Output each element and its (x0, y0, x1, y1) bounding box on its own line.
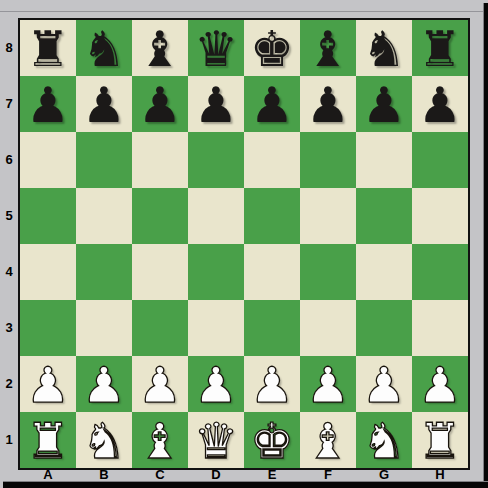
square-f7[interactable]: ♟ (300, 76, 356, 132)
square-a1[interactable]: ♜ (20, 412, 76, 468)
square-h1[interactable]: ♜ (412, 412, 468, 468)
file-label-b: B (76, 468, 132, 482)
square-g4[interactable] (356, 244, 412, 300)
file-label-d: D (188, 468, 244, 482)
square-g3[interactable] (356, 300, 412, 356)
rank-label-2: 2 (0, 356, 18, 412)
square-f3[interactable] (300, 300, 356, 356)
frame-shadow-right (483, 3, 488, 488)
piece-white-rook[interactable]: ♜ (20, 413, 76, 469)
square-a5[interactable] (20, 188, 76, 244)
square-f6[interactable] (300, 132, 356, 188)
square-f1[interactable]: ♝ (300, 412, 356, 468)
square-c5[interactable] (132, 188, 188, 244)
square-g2[interactable]: ♟ (356, 356, 412, 412)
square-e4[interactable] (244, 244, 300, 300)
rank-label-3: 3 (0, 300, 18, 356)
square-c1[interactable]: ♝ (132, 412, 188, 468)
square-h3[interactable] (412, 300, 468, 356)
square-f5[interactable] (300, 188, 356, 244)
square-d7[interactable]: ♟ (188, 76, 244, 132)
piece-black-knight[interactable]: ♞ (356, 21, 412, 77)
file-label-g: G (356, 468, 412, 482)
square-g7[interactable]: ♟ (356, 76, 412, 132)
piece-white-bishop[interactable]: ♝ (300, 413, 356, 469)
piece-white-rook[interactable]: ♜ (412, 413, 468, 469)
piece-white-pawn[interactable]: ♟ (76, 357, 132, 413)
square-b5[interactable] (76, 188, 132, 244)
piece-black-bishop[interactable]: ♝ (300, 21, 356, 77)
piece-white-pawn[interactable]: ♟ (300, 357, 356, 413)
rank-label-6: 6 (0, 132, 18, 188)
square-h5[interactable] (412, 188, 468, 244)
piece-black-pawn[interactable]: ♟ (188, 77, 244, 133)
square-e7[interactable]: ♟ (244, 76, 300, 132)
square-f2[interactable]: ♟ (300, 356, 356, 412)
square-c3[interactable] (132, 300, 188, 356)
piece-black-pawn[interactable]: ♟ (132, 77, 188, 133)
square-g1[interactable]: ♞ (356, 412, 412, 468)
square-b3[interactable] (76, 300, 132, 356)
piece-white-knight[interactable]: ♞ (356, 413, 412, 469)
square-c8[interactable]: ♝ (132, 20, 188, 76)
square-b2[interactable]: ♟ (76, 356, 132, 412)
square-a3[interactable] (20, 300, 76, 356)
square-a8[interactable]: ♜ (20, 20, 76, 76)
square-b4[interactable] (76, 244, 132, 300)
piece-black-bishop[interactable]: ♝ (132, 21, 188, 77)
piece-black-rook[interactable]: ♜ (20, 21, 76, 77)
frame-bevel-line (0, 11, 488, 12)
square-d6[interactable] (188, 132, 244, 188)
square-d3[interactable] (188, 300, 244, 356)
square-h4[interactable] (412, 244, 468, 300)
square-d5[interactable] (188, 188, 244, 244)
square-e5[interactable] (244, 188, 300, 244)
square-h7[interactable]: ♟ (412, 76, 468, 132)
piece-black-queen[interactable]: ♛ (188, 21, 244, 77)
piece-black-knight[interactable]: ♞ (76, 21, 132, 77)
square-e2[interactable]: ♟ (244, 356, 300, 412)
piece-black-king[interactable]: ♚ (244, 21, 300, 77)
rank-label-7: 7 (0, 76, 18, 132)
rank-label-8: 8 (0, 20, 18, 76)
piece-black-pawn[interactable]: ♟ (300, 77, 356, 133)
square-e8[interactable]: ♚ (244, 20, 300, 76)
square-e6[interactable] (244, 132, 300, 188)
piece-white-knight[interactable]: ♞ (76, 413, 132, 469)
chess-board: ♜♞♝♛♚♝♞♜♟♟♟♟♟♟♟♟♟♟♟♟♟♟♟♟♜♞♝♛♚♝♞♜ (18, 18, 470, 470)
frame-shadow-bottom (3, 481, 488, 488)
square-b7[interactable]: ♟ (76, 76, 132, 132)
square-b6[interactable] (76, 132, 132, 188)
rank-label-5: 5 (0, 188, 18, 244)
square-a7[interactable]: ♟ (20, 76, 76, 132)
square-d4[interactable] (188, 244, 244, 300)
square-a6[interactable] (20, 132, 76, 188)
piece-white-pawn[interactable]: ♟ (188, 357, 244, 413)
square-c2[interactable]: ♟ (132, 356, 188, 412)
piece-white-pawn[interactable]: ♟ (356, 357, 412, 413)
file-label-f: F (300, 468, 356, 482)
piece-white-pawn[interactable]: ♟ (20, 357, 76, 413)
square-h8[interactable]: ♜ (412, 20, 468, 76)
chess-board-window: 87654321 ABCDEFGH ♜♞♝♛♚♝♞♜♟♟♟♟♟♟♟♟♟♟♟♟♟♟… (0, 0, 488, 488)
piece-white-pawn[interactable]: ♟ (132, 357, 188, 413)
square-f4[interactable] (300, 244, 356, 300)
piece-black-pawn[interactable]: ♟ (20, 77, 76, 133)
piece-white-bishop[interactable]: ♝ (132, 413, 188, 469)
square-e3[interactable] (244, 300, 300, 356)
square-a2[interactable]: ♟ (20, 356, 76, 412)
piece-black-rook[interactable]: ♜ (412, 21, 468, 77)
square-a4[interactable] (20, 244, 76, 300)
square-b1[interactable]: ♞ (76, 412, 132, 468)
piece-white-pawn[interactable]: ♟ (412, 357, 468, 413)
square-g5[interactable] (356, 188, 412, 244)
piece-white-king[interactable]: ♚ (244, 413, 300, 469)
file-label-c: C (132, 468, 188, 482)
piece-black-pawn[interactable]: ♟ (356, 77, 412, 133)
square-c6[interactable] (132, 132, 188, 188)
square-d1[interactable]: ♛ (188, 412, 244, 468)
square-g8[interactable]: ♞ (356, 20, 412, 76)
square-c7[interactable]: ♟ (132, 76, 188, 132)
square-h2[interactable]: ♟ (412, 356, 468, 412)
rank-labels: 87654321 (0, 20, 18, 468)
file-label-a: A (20, 468, 76, 482)
square-d2[interactable]: ♟ (188, 356, 244, 412)
square-h6[interactable] (412, 132, 468, 188)
rank-label-4: 4 (0, 244, 18, 300)
square-e1[interactable]: ♚ (244, 412, 300, 468)
piece-black-pawn[interactable]: ♟ (76, 77, 132, 133)
piece-black-pawn[interactable]: ♟ (412, 77, 468, 133)
rank-label-1: 1 (0, 412, 18, 468)
file-label-e: E (244, 468, 300, 482)
square-b8[interactable]: ♞ (76, 20, 132, 76)
square-d8[interactable]: ♛ (188, 20, 244, 76)
piece-white-pawn[interactable]: ♟ (244, 357, 300, 413)
piece-black-pawn[interactable]: ♟ (244, 77, 300, 133)
square-c4[interactable] (132, 244, 188, 300)
piece-white-queen[interactable]: ♛ (188, 413, 244, 469)
square-f8[interactable]: ♝ (300, 20, 356, 76)
file-label-h: H (412, 468, 468, 482)
square-g6[interactable] (356, 132, 412, 188)
file-labels: ABCDEFGH (20, 468, 468, 482)
